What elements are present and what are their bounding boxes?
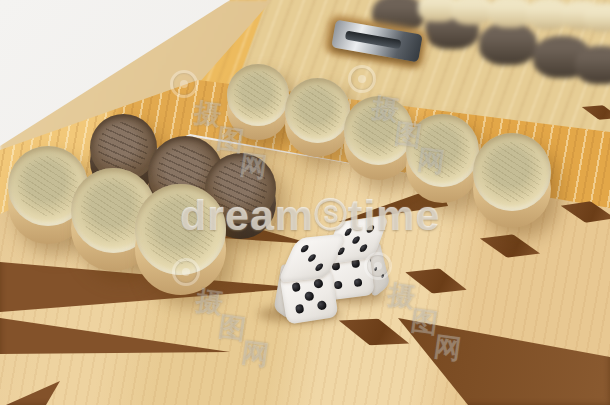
watermark-cn-char: 网 [240, 334, 272, 373]
watermark-cn-logo-icon [348, 65, 376, 93]
watermark-cn-logo-icon [364, 252, 392, 280]
watermark-cn-char: 网 [238, 146, 270, 185]
watermark-brand-right: time [348, 191, 440, 239]
watermark-cn-logo-icon [170, 70, 198, 98]
watermark-cn-char: 网 [432, 328, 464, 367]
backgammon-photo: dreamⓢtime 摄图网摄图网摄图网摄图网 [0, 0, 610, 405]
watermark-cn-char: 网 [416, 141, 448, 180]
watermark-dreamstime: dreamⓢtime [180, 191, 441, 240]
watermark-swirl-icon: ⓢ [314, 196, 348, 233]
watermark-brand-left: dream [180, 191, 314, 239]
watermark-cn-logo-icon [172, 258, 200, 286]
